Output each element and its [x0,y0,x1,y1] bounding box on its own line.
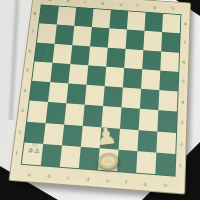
square-b2[interactable] [43,123,64,145]
square-g8[interactable] [144,13,163,33]
square-a3[interactable] [27,101,48,123]
square-h7[interactable] [161,32,180,52]
file-label-g: g [153,5,156,9]
rank-label-3: 3 [181,121,184,125]
square-c5[interactable] [68,64,88,85]
file-label-h: h [164,183,167,188]
fallen-white-pawn[interactable]: ♟ [90,126,127,176]
rank-label-6: 6 [29,49,32,53]
file-label-c: c [84,0,87,4]
square-b1[interactable] [41,144,62,167]
square-f4[interactable] [121,87,141,109]
white-pawn-icon: ♟ [95,124,118,149]
rank-label-8: 8 [184,22,187,26]
square-d6[interactable] [88,46,108,66]
rank-label-3: 3 [21,109,24,113]
square-h2[interactable] [156,131,176,154]
square-c2[interactable] [62,124,83,147]
square-e7[interactable] [108,28,127,48]
rank-label-4: 4 [182,100,185,104]
square-d4[interactable] [85,85,105,106]
rank-label-1: 1 [179,164,182,169]
file-label-f: f [137,4,139,8]
square-e4[interactable] [103,86,123,108]
square-e5[interactable] [105,66,125,87]
rank-label-2: 2 [180,142,183,147]
file-label-h: h [171,6,174,10]
rank-label-1: 1 [15,151,18,156]
rank-label-5: 5 [26,68,29,72]
square-b8[interactable] [57,7,76,26]
square-f3[interactable] [120,108,140,130]
file-label-c: c [67,175,70,180]
square-h8[interactable] [162,14,180,34]
manufacturer-logo-icon: ♘ ♔♙ [23,141,44,164]
square-c1[interactable] [60,145,81,168]
photo-scene: abcdefgh abcdefgh 87654321 87654321 ♘ ♔♙… [0,0,200,200]
square-d7[interactable] [90,27,109,47]
square-h1[interactable] [155,152,175,175]
file-label-b: b [66,0,69,3]
square-b6[interactable] [52,43,72,63]
square-h5[interactable] [159,70,178,91]
square-b7[interactable] [55,25,75,45]
file-label-d: d [101,1,104,5]
file-label-d: d [86,177,89,182]
file-label-b: b [47,174,50,179]
rank-label-4: 4 [24,88,27,92]
logo-king-pawn-icon: ♔♙ [24,147,44,155]
rank-label-7: 7 [184,41,187,45]
file-label-e: e [119,2,122,6]
file-label-g: g [144,181,147,186]
square-b5[interactable] [50,63,70,84]
square-e6[interactable] [106,47,125,68]
square-b3[interactable] [46,102,67,124]
square-f8[interactable] [127,11,146,31]
file-label-e: e [106,178,109,183]
square-h3[interactable] [157,110,176,132]
square-h6[interactable] [160,51,179,72]
square-e8[interactable] [109,10,128,30]
square-g7[interactable] [143,31,162,51]
square-g4[interactable] [140,89,159,111]
file-label-a: a [49,0,52,1]
square-g2[interactable] [137,130,157,153]
square-g6[interactable] [142,50,161,71]
square-g1[interactable] [136,151,156,174]
file-label-a: a [28,172,31,177]
square-c8[interactable] [74,8,93,28]
square-f7[interactable] [126,30,145,50]
rank-label-5: 5 [182,80,185,84]
square-d5[interactable] [86,65,106,86]
square-g3[interactable] [139,109,159,131]
square-f6[interactable] [124,49,143,70]
rank-label-8: 8 [34,11,37,15]
square-c7[interactable] [72,26,91,46]
square-d8[interactable] [92,9,111,29]
rank-label-6: 6 [183,60,186,64]
square-c6[interactable] [70,45,90,65]
rank-label-7: 7 [31,30,34,34]
square-g5[interactable] [141,69,160,90]
square-b4[interactable] [48,82,68,103]
file-label-f: f [125,180,127,185]
square-c4[interactable] [66,83,86,104]
rank-label-2: 2 [18,130,21,134]
square-h4[interactable] [158,90,177,112]
square-f5[interactable] [123,68,142,89]
square-a4[interactable] [30,81,51,102]
square-a8[interactable] [39,5,59,24]
square-c3[interactable] [64,104,84,126]
